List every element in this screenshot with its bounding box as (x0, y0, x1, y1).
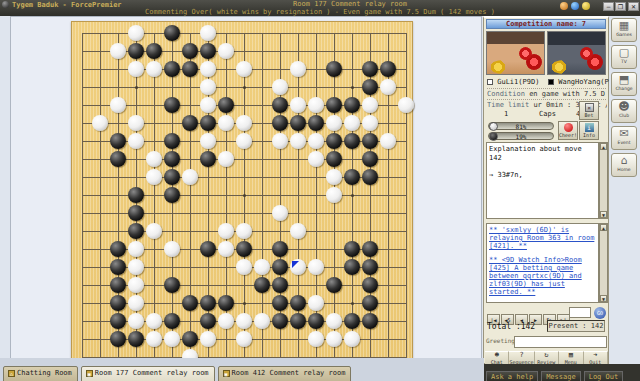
white-stone (128, 61, 144, 77)
black-stone (254, 277, 270, 293)
black-player-name: WangHoYang(P (558, 78, 609, 86)
white-stone (128, 241, 144, 257)
white-stone (218, 43, 234, 59)
white-stone (200, 79, 216, 95)
white-stone (326, 313, 342, 329)
white-stone (128, 277, 144, 293)
minimize-button[interactable]: − (603, 2, 614, 11)
black-stone (164, 277, 180, 293)
black-stone (326, 97, 342, 113)
black-stone (128, 205, 144, 221)
chat-message[interactable]: ** <9D Watch Info>Room [425] A betting g… (489, 256, 596, 296)
white-stone (308, 97, 324, 113)
home-icon: ⌂ (612, 154, 636, 167)
white-stone (380, 133, 396, 149)
white-bar-knob (489, 122, 498, 131)
white-captures: 1 (504, 110, 508, 118)
white-stone (128, 259, 144, 275)
globe-icon[interactable] (571, 2, 579, 10)
title-bar: Tygem Baduk - ForcePremier Room 177 Comm… (0, 0, 640, 16)
white-stone (236, 223, 252, 239)
black-player-name-row: WangHoYang(P (548, 78, 609, 86)
sequence-button[interactable]: ?Sequence (509, 351, 534, 365)
white-stone (200, 133, 216, 149)
black-stone (344, 97, 360, 113)
black-stone (290, 295, 306, 311)
black-stone (182, 43, 198, 59)
white-stone (272, 79, 288, 95)
white-stone (290, 133, 306, 149)
white-stone (290, 61, 306, 77)
review-button[interactable]: ↻Review (535, 351, 559, 365)
tv-icon: ▢ (612, 46, 636, 59)
black-stone (164, 169, 180, 185)
white-stone (344, 331, 360, 347)
white-stone (146, 61, 162, 77)
black-stone (362, 241, 378, 257)
chat-message[interactable]: ** 'sxmlyy (6D)' is relaying Room 363 in… (489, 226, 596, 250)
black-stone (362, 61, 378, 77)
white-stone (308, 133, 324, 149)
white-stone (200, 97, 216, 113)
white-support-bar[interactable]: 81% (488, 122, 554, 130)
white-stone (398, 97, 414, 113)
black-stone (344, 259, 360, 275)
black-stone (272, 295, 288, 311)
toolbar-club[interactable]: ☻Club (611, 99, 637, 123)
white-stone (200, 25, 216, 41)
black-stone (110, 331, 126, 347)
white-stone (236, 313, 252, 329)
black-stone (200, 43, 216, 59)
star-point (243, 86, 246, 89)
white-stone (308, 295, 324, 311)
black-stone (344, 169, 360, 185)
cheer-button[interactable]: Cheer! (558, 121, 578, 140)
log-out-button[interactable]: Log Out (584, 371, 624, 381)
black-bar-knob (489, 132, 498, 141)
black-stone (362, 169, 378, 185)
white-stone (218, 313, 234, 329)
black-stone (164, 97, 180, 113)
black-stone (362, 79, 378, 95)
black-stone (236, 241, 252, 257)
panel-bottom-buttons: ☻Chat?Sequence↻Review▤Menu➔Quit (485, 351, 608, 365)
white-stone (128, 133, 144, 149)
black-stone (344, 133, 360, 149)
white-stone (308, 151, 324, 167)
white-stone (380, 79, 396, 95)
move-number-input[interactable] (569, 307, 591, 318)
black-stone (200, 295, 216, 311)
footer-bar: Ask a helpMessageLog Out (484, 364, 640, 381)
white-stone (326, 331, 342, 347)
black-stone (218, 295, 234, 311)
white-stone (272, 133, 288, 149)
last-move-marker (292, 261, 299, 268)
black-stone (344, 313, 360, 329)
tab-chatting-room[interactable]: ⌂Chatting Room (3, 366, 78, 381)
white-stone (146, 169, 162, 185)
info-icon: i (585, 123, 594, 132)
cheer-ball-icon (564, 123, 573, 132)
black-stone (362, 133, 378, 149)
info-button[interactable]: i Info (579, 121, 599, 140)
white-stone (110, 43, 126, 59)
white-stone (290, 97, 306, 113)
bet-button[interactable]: ¤ Bet (579, 101, 599, 120)
white-stone-icon (487, 79, 493, 85)
black-stone (110, 133, 126, 149)
white-stone (326, 187, 342, 203)
room-tab-icon: ▣ (223, 370, 230, 377)
white-stone (200, 61, 216, 77)
star-point (243, 302, 246, 305)
white-stone (128, 25, 144, 41)
black-stone (290, 115, 306, 131)
condition-row: Condition en game with 7.5 D (487, 90, 607, 98)
white-player-photo (486, 31, 545, 75)
white-support-pct: 81% (516, 123, 527, 130)
side-toolbar: ▦Games▢TV⬒Change☻Club✉Event⌂Home (611, 18, 639, 364)
home-tab-icon: ⌂ (8, 370, 15, 377)
toolbar-tv[interactable]: ▢TV (611, 45, 637, 69)
white-stone (362, 97, 378, 113)
captures-label: Caps (539, 110, 556, 118)
explanation-body: → 33#7n, (489, 171, 596, 180)
game-info-panel: Competition name: 7 GuLi1(P9D) WangHoYan… (483, 16, 609, 364)
black-stone (362, 151, 378, 167)
toolbar-games[interactable]: ▦Games (611, 18, 637, 42)
club-icon: ☻ (612, 100, 636, 113)
white-stone (92, 115, 108, 131)
present-move: Present : 142 (547, 320, 605, 332)
black-stone (308, 313, 324, 329)
black-stone (326, 133, 342, 149)
black-stone (290, 313, 306, 329)
board-panel (10, 16, 482, 370)
black-stone (272, 277, 288, 293)
black-stone (272, 313, 288, 329)
room-tab-icon: ▣ (86, 370, 93, 377)
white-stone (326, 115, 342, 131)
pencil-icon[interactable] (560, 2, 568, 10)
star-point (351, 86, 354, 89)
ask-a-help-button[interactable]: Ask a help (486, 371, 538, 381)
black-stone (182, 331, 198, 347)
black-stone (200, 241, 216, 257)
white-stone (326, 169, 342, 185)
white-stone (164, 241, 180, 257)
black-stone (110, 241, 126, 257)
explanation-title: Explanation about move 142 (489, 145, 596, 163)
black-stone (164, 61, 180, 77)
app-icon (2, 1, 9, 8)
event-icon: ✉ (612, 127, 636, 140)
black-stone (164, 133, 180, 149)
white-stone (200, 331, 216, 347)
white-stone (128, 313, 144, 329)
star-point (351, 194, 354, 197)
chat-box[interactable]: ** 'sxmlyy (6D)' is relaying Room 363 in… (486, 223, 599, 303)
white-stone (308, 331, 324, 347)
white-stone (218, 151, 234, 167)
message-button[interactable]: Message (541, 371, 581, 381)
black-stone (110, 313, 126, 329)
black-stone (182, 115, 198, 131)
go-button[interactable]: GO (594, 307, 606, 319)
black-stone (164, 25, 180, 41)
black-stone (344, 241, 360, 257)
white-stone (164, 331, 180, 347)
black-stone (362, 277, 378, 293)
white-stone (236, 259, 252, 275)
black-stone (308, 115, 324, 131)
toolbar-change[interactable]: ⬒Change (611, 72, 637, 96)
star-point (243, 194, 246, 197)
greeting-label: Greeting (486, 337, 515, 344)
black-player-photo (547, 31, 606, 75)
white-stone-last-move (290, 259, 306, 275)
black-stone (362, 259, 378, 275)
tab-room-177-comment-relay-room[interactable]: ▣Room 177 Comment relay room (81, 366, 215, 381)
menu-button[interactable]: ▤Menu (559, 351, 583, 365)
chat-scrollbar[interactable]: ▲▼ (599, 223, 608, 303)
black-stone (110, 277, 126, 293)
black-stone (164, 187, 180, 203)
total-row: Total :142 Present : 142 (487, 322, 607, 331)
black-stone (128, 187, 144, 203)
star-point (135, 86, 138, 89)
black-stone (272, 115, 288, 131)
white-stone (128, 295, 144, 311)
black-stone (110, 151, 126, 167)
white-stone (236, 133, 252, 149)
white-stone (308, 259, 324, 275)
white-stone (146, 331, 162, 347)
white-stone (272, 205, 288, 221)
black-stone (326, 61, 342, 77)
white-stone (254, 313, 270, 329)
white-player-name: GuLi1(P9D) (497, 78, 539, 86)
white-stone (182, 169, 198, 185)
black-stone (326, 151, 342, 167)
greeting-input[interactable] (514, 336, 607, 348)
black-stone (200, 151, 216, 167)
chat-button[interactable]: ☻Chat (485, 351, 509, 365)
black-stone (110, 259, 126, 275)
black-stone (110, 295, 126, 311)
black-stone (200, 115, 216, 131)
black-stone (164, 151, 180, 167)
game-status-line: Commenting Over( white wins by resignati… (100, 8, 540, 16)
close-button[interactable]: ✕ (628, 2, 639, 11)
white-stone (236, 115, 252, 131)
go-board[interactable] (71, 21, 413, 368)
black-stone (128, 223, 144, 239)
restore-button[interactable]: ❐ (615, 2, 626, 11)
bet-icon: ¤ (585, 103, 594, 112)
black-support-bar[interactable]: 19% (488, 132, 554, 140)
room-tabs: ⌂Chatting Room▣Room 177 Comment relay ro… (0, 358, 484, 381)
black-stone (146, 43, 162, 59)
toolbar-event[interactable]: ✉Event (611, 126, 637, 150)
white-stone (344, 115, 360, 131)
black-stone (128, 331, 144, 347)
star-point (351, 302, 354, 305)
explanation-scrollbar[interactable]: ▲▼ (599, 142, 608, 219)
toolbar-home[interactable]: ⌂Home (611, 153, 637, 177)
black-stone (362, 295, 378, 311)
black-stone-icon (548, 79, 554, 85)
black-stone (218, 97, 234, 113)
black-stone (182, 295, 198, 311)
white-stone (254, 259, 270, 275)
quit-button[interactable]: ➔Quit (584, 351, 608, 365)
black-stone (326, 277, 342, 293)
black-stone (128, 43, 144, 59)
white-stone (110, 97, 126, 113)
white-stone (290, 223, 306, 239)
move-navigation: |◀◀5◀▶5▶▶| GO (487, 307, 607, 319)
black-support-pct: 19% (516, 133, 527, 140)
black-stone (362, 313, 378, 329)
black-stone (164, 313, 180, 329)
games-icon: ▦ (612, 19, 636, 32)
white-player-name-row: GuLi1(P9D) (487, 78, 539, 86)
white-stone (236, 331, 252, 347)
black-stone (380, 61, 396, 77)
change-icon: ⬒ (612, 73, 636, 86)
black-stone (272, 259, 288, 275)
room-title: Room 177 Comment relay room (200, 0, 500, 8)
total-moves: Total :142 (487, 322, 535, 331)
white-stone (128, 115, 144, 131)
competition-header: Competition name: 7 (486, 19, 606, 29)
white-stone (218, 115, 234, 131)
white-stone (146, 313, 162, 329)
condition-value: en game with 7.5 D (529, 90, 605, 98)
white-stone (218, 223, 234, 239)
white-stone (236, 61, 252, 77)
white-stone (362, 115, 378, 131)
black-stone (182, 61, 198, 77)
black-stone (272, 241, 288, 257)
white-stone (146, 151, 162, 167)
white-stone (218, 241, 234, 257)
sound-icon[interactable] (582, 2, 590, 10)
explanation-box[interactable]: Explanation about move 142 → 33#7n, (486, 142, 599, 219)
black-stone (272, 97, 288, 113)
white-stone (146, 223, 162, 239)
tab-room-412-comment-relay-room[interactable]: ▣Room 412 Comment relay room (218, 366, 352, 381)
black-stone (200, 313, 216, 329)
